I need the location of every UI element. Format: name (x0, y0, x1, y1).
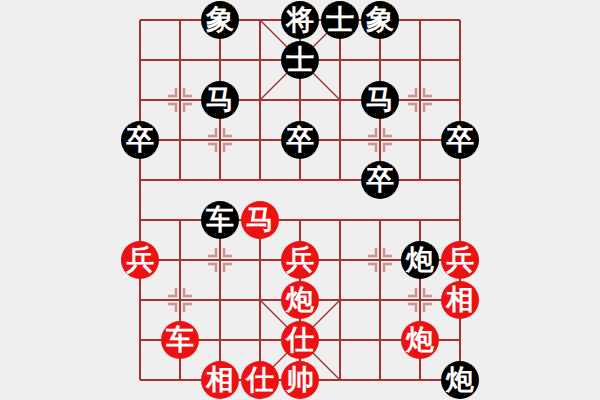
point-marker (208, 264, 216, 272)
point-marker (384, 264, 392, 272)
point-marker (408, 104, 416, 112)
point-marker (184, 288, 192, 296)
point-marker (368, 144, 376, 152)
point-marker (368, 128, 376, 136)
point-marker (184, 88, 192, 96)
piece-black-general[interactable]: 将 (281, 1, 319, 39)
point-marker (208, 248, 216, 256)
piece-black-soldier[interactable]: 卒 (441, 121, 479, 159)
piece-red-soldier[interactable]: 兵 (441, 241, 479, 279)
piece-red-soldier[interactable]: 兵 (121, 241, 159, 279)
point-marker (424, 304, 432, 312)
piece-red-chariot[interactable]: 车 (161, 321, 199, 359)
point-marker (408, 304, 416, 312)
point-marker (368, 248, 376, 256)
piece-red-horse[interactable]: 马 (241, 201, 279, 239)
piece-black-horse[interactable]: 马 (201, 81, 239, 119)
xiangqi-board: 象将士象士马马卒卒卒卒车马兵兵炮兵炮相车仕炮相仕帅炮 (0, 0, 600, 400)
point-marker (424, 104, 432, 112)
point-marker (208, 128, 216, 136)
piece-black-horse[interactable]: 马 (361, 81, 399, 119)
point-marker (184, 304, 192, 312)
piece-red-elephant[interactable]: 相 (201, 361, 239, 399)
point-marker (224, 264, 232, 272)
point-marker (384, 144, 392, 152)
point-marker (224, 144, 232, 152)
piece-red-advisor[interactable]: 仕 (281, 321, 319, 359)
point-marker (384, 128, 392, 136)
piece-black-soldier[interactable]: 卒 (281, 121, 319, 159)
piece-red-cannon[interactable]: 炮 (401, 321, 439, 359)
piece-black-elephant[interactable]: 象 (201, 1, 239, 39)
piece-black-soldier[interactable]: 卒 (361, 161, 399, 199)
piece-red-cannon[interactable]: 炮 (281, 281, 319, 319)
point-marker (168, 88, 176, 96)
point-marker (224, 248, 232, 256)
point-marker (168, 304, 176, 312)
point-marker (424, 88, 432, 96)
piece-black-elephant[interactable]: 象 (361, 1, 399, 39)
point-marker (208, 144, 216, 152)
piece-black-advisor[interactable]: 士 (321, 1, 359, 39)
point-marker (384, 248, 392, 256)
piece-red-general[interactable]: 帅 (281, 361, 319, 399)
piece-black-advisor[interactable]: 士 (281, 41, 319, 79)
piece-black-soldier[interactable]: 卒 (121, 121, 159, 159)
piece-black-chariot[interactable]: 车 (201, 201, 239, 239)
point-marker (168, 104, 176, 112)
piece-black-cannon[interactable]: 炮 (401, 241, 439, 279)
point-marker (168, 288, 176, 296)
piece-red-soldier[interactable]: 兵 (281, 241, 319, 279)
point-marker (424, 288, 432, 296)
point-marker (224, 128, 232, 136)
piece-red-elephant[interactable]: 相 (441, 281, 479, 319)
point-marker (408, 88, 416, 96)
piece-red-advisor[interactable]: 仕 (241, 361, 279, 399)
piece-black-cannon[interactable]: 炮 (441, 361, 479, 399)
point-marker (184, 104, 192, 112)
point-marker (368, 264, 376, 272)
point-marker (408, 288, 416, 296)
